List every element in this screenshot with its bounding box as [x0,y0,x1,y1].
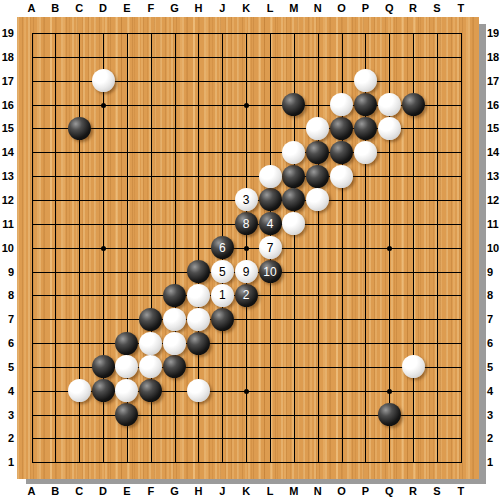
grid-line-horizontal [32,319,462,320]
column-label-top-F: F [141,1,161,15]
row-label-left-9: 9 [0,265,16,279]
column-label-bottom-L: L [260,484,280,498]
row-label-right-19: 19 [485,26,500,40]
stone-black-L12[interactable] [259,188,282,211]
row-label-right-16: 16 [485,98,500,112]
column-label-top-T: T [451,1,471,15]
stone-white-K9[interactable]: 9 [235,260,258,283]
star-point-D10 [101,246,106,251]
stone-black-H9[interactable] [187,260,210,283]
stone-black-N13[interactable] [306,165,329,188]
column-label-top-C: C [69,1,89,15]
stone-white-P17[interactable] [354,69,377,92]
move-number-5: 5 [219,266,226,278]
stone-black-P15[interactable] [354,117,377,140]
stone-white-K12[interactable]: 3 [235,188,258,211]
stone-white-H7[interactable] [187,308,210,331]
grid-line-vertical [437,33,438,463]
move-number-2: 2 [243,289,250,301]
column-label-top-J: J [212,1,232,15]
row-label-left-5: 5 [0,360,16,374]
move-number-6: 6 [219,242,226,254]
stone-black-O15[interactable] [330,117,353,140]
stone-black-F7[interactable] [139,308,162,331]
stone-black-C15[interactable] [68,117,91,140]
row-label-right-8: 8 [485,288,500,302]
column-label-bottom-K: K [236,484,256,498]
row-label-left-12: 12 [0,193,16,207]
stone-white-O13[interactable] [330,165,353,188]
row-label-left-6: 6 [0,336,16,350]
stone-black-K8[interactable]: 2 [235,284,258,307]
column-label-top-S: S [427,1,447,15]
stone-white-Q16[interactable] [378,93,401,116]
column-label-top-M: M [284,1,304,15]
row-label-right-13: 13 [485,169,500,183]
column-label-bottom-D: D [93,484,113,498]
row-label-left-18: 18 [0,50,16,64]
grid-line-vertical [318,33,319,463]
column-label-top-Q: Q [379,1,399,15]
column-label-top-E: E [117,1,137,15]
star-point-Q4 [387,389,392,394]
column-label-top-P: P [355,1,375,15]
row-label-right-1: 1 [485,455,500,469]
move-number-3: 3 [243,194,250,206]
column-label-top-A: A [22,1,42,15]
row-label-right-11: 11 [485,217,500,231]
stone-white-O16[interactable] [330,93,353,116]
stone-black-E6[interactable] [115,332,138,355]
stone-black-R16[interactable] [402,93,425,116]
column-label-bottom-E: E [117,484,137,498]
row-label-left-3: 3 [0,408,16,422]
move-number-7: 7 [267,242,274,254]
row-label-right-12: 12 [485,193,500,207]
stone-white-R5[interactable] [402,355,425,378]
grid-line-vertical [461,33,462,463]
row-label-left-7: 7 [0,312,16,326]
column-label-bottom-B: B [45,484,65,498]
stone-black-J7[interactable] [211,308,234,331]
column-label-top-H: H [188,1,208,15]
column-label-bottom-J: J [212,484,232,498]
row-label-left-17: 17 [0,74,16,88]
stone-white-F6[interactable] [139,332,162,355]
star-point-K4 [244,389,249,394]
stone-white-D17[interactable] [92,69,115,92]
column-label-bottom-S: S [427,484,447,498]
stone-white-L13[interactable] [259,165,282,188]
move-number-9: 9 [243,266,250,278]
row-label-left-16: 16 [0,98,16,112]
row-label-right-6: 6 [485,336,500,350]
stone-black-M13[interactable] [282,165,305,188]
grid-line-horizontal [32,438,462,439]
column-label-bottom-T: T [451,484,471,498]
stone-black-N14[interactable] [306,141,329,164]
row-label-left-19: 19 [0,26,16,40]
column-label-bottom-R: R [403,484,423,498]
row-label-right-5: 5 [485,360,500,374]
row-label-right-2: 2 [485,431,500,445]
star-point-D16 [101,103,106,108]
column-label-bottom-O: O [332,484,352,498]
stone-black-J10[interactable]: 6 [211,236,234,259]
row-label-left-10: 10 [0,241,16,255]
stone-black-D4[interactable] [92,379,115,402]
row-label-right-7: 7 [485,312,500,326]
column-label-top-G: G [165,1,185,15]
go-board: AABBCCDDEEFFGGHHJJKKLLMMNNOOPPQQRRSSTT19… [0,0,500,500]
column-label-top-D: D [93,1,113,15]
stone-black-G8[interactable] [163,284,186,307]
move-number-1: 1 [219,289,226,301]
move-number-8: 8 [243,218,250,230]
column-label-top-L: L [260,1,280,15]
grid-line-horizontal [32,343,462,344]
stone-white-Q15[interactable] [378,117,401,140]
column-label-bottom-C: C [69,484,89,498]
column-label-top-O: O [332,1,352,15]
row-label-left-11: 11 [0,217,16,231]
column-label-top-K: K [236,1,256,15]
stone-white-L10[interactable]: 7 [259,236,282,259]
row-label-right-14: 14 [485,145,500,159]
column-label-top-N: N [308,1,328,15]
stone-white-J8[interactable]: 1 [211,284,234,307]
row-label-left-1: 1 [0,455,16,469]
row-label-left-13: 13 [0,169,16,183]
stone-black-P16[interactable] [354,93,377,116]
row-label-right-15: 15 [485,121,500,135]
row-label-right-18: 18 [485,50,500,64]
row-label-right-4: 4 [485,384,500,398]
column-label-bottom-H: H [188,484,208,498]
column-label-bottom-F: F [141,484,161,498]
stone-black-Q3[interactable] [378,403,401,426]
column-label-bottom-G: G [165,484,185,498]
stone-white-N15[interactable] [306,117,329,140]
stone-white-G6[interactable] [163,332,186,355]
stone-white-J9[interactable]: 5 [211,260,234,283]
row-label-left-14: 14 [0,145,16,159]
row-label-right-3: 3 [485,408,500,422]
row-label-right-9: 9 [485,265,500,279]
stone-white-M14[interactable] [282,141,305,164]
star-point-K10 [244,246,249,251]
row-label-left-2: 2 [0,431,16,445]
column-label-top-R: R [403,1,423,15]
stone-white-G7[interactable] [163,308,186,331]
column-label-bottom-P: P [355,484,375,498]
stone-black-L9[interactable]: 10 [259,260,282,283]
column-label-top-B: B [45,1,65,15]
row-label-right-17: 17 [485,74,500,88]
row-label-left-8: 8 [0,288,16,302]
move-number-4: 4 [267,218,274,230]
grid-line-horizontal [32,462,462,463]
stone-black-L11[interactable]: 4 [259,212,282,235]
row-label-left-15: 15 [0,121,16,135]
stone-white-P14[interactable] [354,141,377,164]
move-number-10: 10 [263,266,276,278]
column-label-bottom-Q: Q [379,484,399,498]
stone-black-K11[interactable]: 8 [235,212,258,235]
stone-white-H8[interactable] [187,284,210,307]
column-label-bottom-N: N [308,484,328,498]
star-point-Q10 [387,246,392,251]
column-label-bottom-M: M [284,484,304,498]
row-label-right-10: 10 [485,241,500,255]
stone-black-O14[interactable] [330,141,353,164]
stone-white-C4[interactable] [68,379,91,402]
row-label-left-4: 4 [0,384,16,398]
stone-black-D5[interactable] [92,355,115,378]
stone-black-H6[interactable] [187,332,210,355]
star-point-K16 [244,103,249,108]
column-label-bottom-A: A [22,484,42,498]
